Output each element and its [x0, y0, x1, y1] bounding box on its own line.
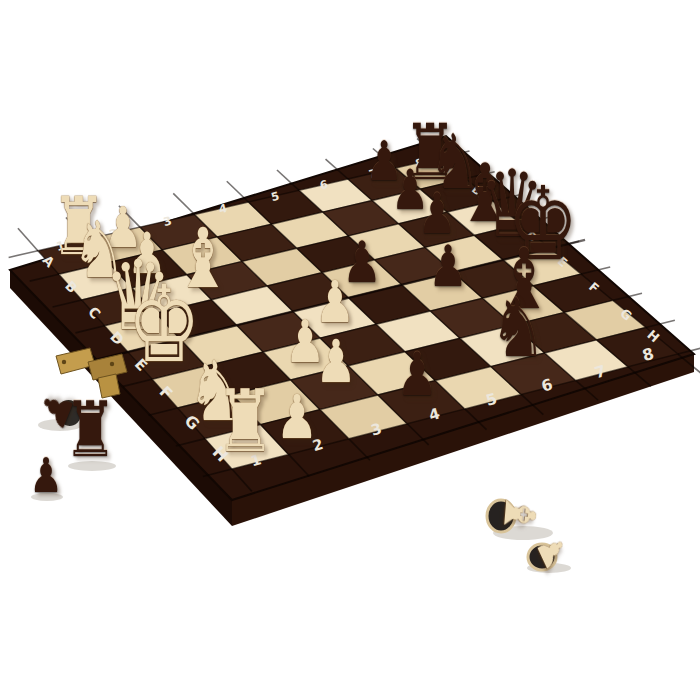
black-knight-g6: ♞ [490, 288, 547, 369]
frame-groove [9, 251, 38, 258]
fallen-white-bishop-3: ♝ [496, 487, 542, 541]
captured-black-pawn-2: ♟ [29, 451, 63, 499]
captured-black-rook-1: ♜ [63, 392, 116, 468]
hinge-screw [62, 360, 66, 364]
black-pawn-h4: ♟ [396, 345, 438, 405]
white-pawn-g3: ♟ [315, 332, 357, 391]
chess-set-photo: AA11BB22CC33DD44EE55FF66GG77HH88 ♟♜♞♟♝♟♛… [0, 0, 700, 700]
black-pawn-e6: ♟ [428, 238, 468, 295]
frame-groove [227, 181, 249, 202]
white-pawn-h2: ♟ [276, 387, 318, 448]
hinge-screw [110, 362, 114, 366]
frame-groove [18, 228, 38, 250]
white-rook-h1: ♜ [215, 378, 275, 464]
